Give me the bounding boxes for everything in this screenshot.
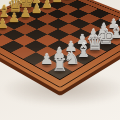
chess-piece-gold-pawn: ♟	[62, 0, 72, 1]
chess-piece-gold-pawn: ♟	[0, 17, 8, 30]
chess-piece-gold-pawn: ♟	[42, 0, 53, 10]
chess-piece-gold-pawn: ♟	[20, 7, 31, 20]
chess-photo-scene: ♜♞♝♛♚♝♞♜♟♟♟♟♟♟♟♟♟♟♟♟♟♟♟♟♜♞♝♛♚♝♞♜	[0, 0, 120, 120]
chess-piece-gold-pawn: ♟	[8, 12, 19, 25]
chess-piece-silver-rook: ♜	[52, 57, 68, 74]
chess-piece-gold-pawn: ♟	[31, 3, 42, 15]
chess-piece-gold-pawn: ♟	[52, 0, 63, 5]
